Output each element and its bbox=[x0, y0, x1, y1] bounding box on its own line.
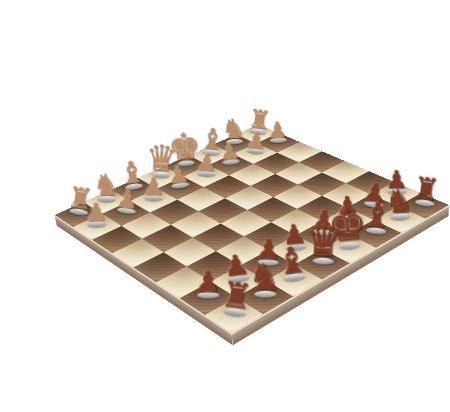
chess-board: ♜♞♝♛♚♝♞♜♟♟♟♟♟♟♟♟♟♟♟♟♟♟♟♟♜♞♝♛♚♝♞♜ bbox=[55, 125, 449, 333]
pawn-glyph: ♟ bbox=[84, 199, 108, 225]
piece-white-pawn-a2[interactable]: ♟ bbox=[73, 198, 118, 227]
rook-glyph: ♜ bbox=[219, 276, 254, 314]
piece-black-rook-a8[interactable]: ♜ bbox=[208, 275, 265, 318]
pawn-glyph: ♟ bbox=[115, 185, 140, 212]
product-photo-scene: ♜♞♝♛♚♝♞♜♟♟♟♟♟♟♟♟♟♟♟♟♟♟♟♟♜♞♝♛♚♝♞♜ bbox=[0, 0, 450, 412]
pieces-layer: ♜♞♝♛♚♝♞♜♟♟♟♟♟♟♟♟♟♟♟♟♟♟♟♟♜♞♝♛♚♝♞♜ bbox=[55, 125, 449, 333]
